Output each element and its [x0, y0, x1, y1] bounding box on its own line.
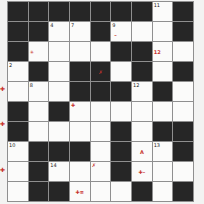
clue-number-10: 10 [9, 142, 15, 148]
clue-number-11: 11 [154, 2, 160, 8]
white-cell-r10c6[interactable] [111, 182, 131, 201]
black-cell-r10c2 [29, 182, 49, 201]
black-cell-r5c8 [153, 82, 173, 101]
white-cell-r3c8[interactable]: 12 [153, 42, 173, 61]
black-cell-r1c4 [70, 2, 90, 21]
black-cell-r1c3 [49, 2, 69, 21]
white-cell-r5c3[interactable] [49, 82, 69, 101]
white-cell-r9c7[interactable]: ✚– [132, 162, 152, 181]
black-cell-r5c6 [111, 82, 131, 101]
white-cell-r1c8[interactable]: 11 [153, 2, 173, 21]
white-cell-r3c5[interactable] [91, 42, 111, 61]
black-cell-r7c9 [173, 122, 193, 141]
black-cell-r1c1 [8, 2, 28, 21]
black-cell-r2c2 [29, 22, 49, 41]
black-cell-r7c6 [111, 122, 131, 141]
white-cell-r6c5[interactable] [91, 102, 111, 121]
black-cell-r8c4 [70, 142, 90, 161]
black-cell-r5c5 [91, 82, 111, 101]
white-cell-r3c4[interactable] [70, 42, 90, 61]
white-cell-r4c1[interactable]: 2 [8, 62, 28, 81]
white-cell-r8c5[interactable] [91, 142, 111, 161]
white-cell-r5c1[interactable] [8, 82, 28, 101]
black-cell-r6c3 [49, 102, 69, 121]
clue-number-4: 4 [50, 22, 53, 28]
black-cell-r4c7 [132, 62, 152, 81]
white-cell-r2c3[interactable]: 4 [49, 22, 69, 41]
white-cell-r8c7[interactable]: A [132, 142, 152, 161]
black-cell-r8c6 [111, 142, 131, 161]
white-cell-r10c5[interactable] [91, 182, 111, 201]
red-annotation-mark: ✗ [92, 163, 96, 168]
white-cell-r9c3[interactable]: 14 [49, 162, 69, 181]
white-cell-r4c3[interactable] [49, 62, 69, 81]
black-cell-r8c9 [173, 142, 193, 161]
black-cell-r3c1 [8, 42, 28, 61]
red-annotation-mark: ✚≡ [76, 189, 84, 194]
clue-number-7: 7 [71, 22, 74, 28]
white-cell-r3c2[interactable]: ✳ [29, 42, 49, 61]
white-cell-r7c5[interactable] [91, 122, 111, 141]
black-cell-r9c2 [29, 162, 49, 181]
white-cell-r5c2[interactable]: 8 [29, 82, 49, 101]
clue-number-13: 13 [154, 142, 160, 148]
black-cell-r7c8 [153, 122, 173, 141]
black-cell-r4c5: ✗ [91, 62, 111, 81]
white-cell-r2c7[interactable] [132, 22, 152, 41]
crossword-board: 11479–✳122✗812✚10A1314✗✚–✚≡ ✚✚✚ [0, 0, 204, 204]
white-cell-r9c4[interactable] [70, 162, 90, 181]
margin-red-cross-icon: ✚ [0, 121, 7, 127]
white-cell-r4c8[interactable] [153, 62, 173, 81]
clue-number-12: 12 [133, 82, 139, 88]
margin-red-cross-icon: ✚ [0, 167, 7, 173]
white-cell-r3c3[interactable] [49, 42, 69, 61]
red-annotation-mark: A [140, 149, 144, 154]
white-cell-r6c4[interactable]: ✚ [70, 102, 90, 121]
black-cell-r10c3 [49, 182, 69, 201]
black-cell-r3c7 [132, 42, 152, 61]
clue-number-2: 2 [9, 62, 12, 68]
black-cell-r6c1 [8, 102, 28, 121]
black-cell-r4c2 [29, 62, 49, 81]
clue-number-14: 14 [50, 162, 56, 168]
clue-number-8: 8 [30, 82, 33, 88]
black-cell-r1c2 [29, 2, 49, 21]
white-cell-r2c6[interactable]: 9– [111, 22, 131, 41]
black-cell-r10c9 [173, 182, 193, 201]
black-cell-r8c3 [49, 142, 69, 161]
black-cell-r2c9 [173, 22, 193, 41]
white-cell-r6c7[interactable] [132, 102, 152, 121]
white-cell-r3c9[interactable] [173, 42, 193, 61]
white-cell-r6c6[interactable] [111, 102, 131, 121]
white-cell-r6c2[interactable] [29, 102, 49, 121]
black-cell-r9c6 [111, 162, 131, 181]
black-cell-r7c1 [8, 122, 28, 141]
black-cell-r2c1 [8, 22, 28, 41]
black-cell-r4c4 [70, 62, 90, 81]
white-cell-r7c3[interactable] [49, 122, 69, 141]
margin-red-cross-icon: ✚ [0, 86, 7, 92]
white-cell-r7c7[interactable] [132, 122, 152, 141]
white-cell-r5c9[interactable] [173, 82, 193, 101]
white-cell-r5c7[interactable]: 12 [132, 82, 152, 101]
white-cell-r9c9[interactable] [173, 162, 193, 181]
black-cell-r5c4 [70, 82, 90, 101]
white-cell-r6c9[interactable] [173, 102, 193, 121]
white-cell-r10c4[interactable]: ✚≡ [70, 182, 90, 201]
black-cell-r8c2 [29, 142, 49, 161]
red-annotation-mark: ✚– [138, 169, 145, 174]
black-cell-r2c5 [91, 22, 111, 41]
black-cell-r1c5 [91, 2, 111, 21]
white-cell-r10c1[interactable] [8, 182, 28, 201]
red-annotation-mark: ✚ [71, 103, 75, 108]
white-cell-r2c4[interactable]: 7 [70, 22, 90, 41]
white-cell-r10c8[interactable] [153, 182, 173, 201]
red-annotation-mark: 12 [154, 49, 161, 54]
white-cell-r9c1[interactable] [8, 162, 28, 181]
white-cell-r7c4[interactable] [70, 122, 90, 141]
black-cell-r1c7 [132, 2, 152, 21]
black-cell-r1c6 [111, 2, 131, 21]
white-cell-r9c5[interactable]: ✗ [91, 162, 111, 181]
white-cell-r2c8[interactable] [153, 22, 173, 41]
clue-number-9: 9 [112, 22, 115, 28]
red-annotation-mark: – [114, 33, 117, 38]
black-cell-r10c7 [132, 182, 152, 201]
white-cell-r8c8[interactable]: 13 [153, 142, 173, 161]
white-cell-r7c2[interactable] [29, 122, 49, 141]
white-cell-r4c6[interactable] [111, 62, 131, 81]
black-cell-r3c6 [111, 42, 131, 61]
white-cell-r6c8[interactable] [153, 102, 173, 121]
white-cell-r8c1[interactable]: 10 [8, 142, 28, 161]
red-annotation-mark: ✗ [98, 69, 102, 74]
crossword-grid: 11479–✳122✗812✚10A1314✗✚–✚≡ [7, 1, 194, 202]
black-cell-r4c9 [173, 62, 193, 81]
black-cell-r1c9 [173, 2, 193, 21]
red-annotation-mark: ✳ [30, 49, 34, 54]
white-cell-r9c8[interactable] [153, 162, 173, 181]
